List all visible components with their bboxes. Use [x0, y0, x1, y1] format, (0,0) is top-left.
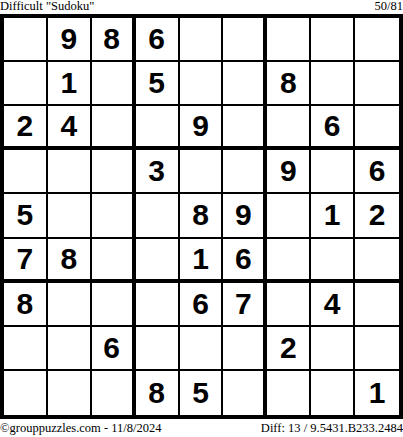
sudoku-board: 9861582496396589127816867462851	[0, 14, 403, 419]
cell-r5c5[interactable]: 8	[180, 194, 224, 238]
cell-r2c5[interactable]	[180, 62, 224, 106]
cell-r6c6[interactable]: 6	[223, 239, 267, 283]
cell-r6c3[interactable]	[92, 239, 136, 283]
cell-r5c8[interactable]: 1	[311, 194, 355, 238]
cell-r7c8[interactable]: 4	[311, 283, 355, 327]
cell-r8c7[interactable]: 2	[267, 327, 311, 371]
cell-r8c5[interactable]	[180, 327, 224, 371]
cell-r3c6[interactable]	[223, 106, 267, 150]
cell-r9c4[interactable]: 8	[136, 371, 180, 415]
cell-r2c9[interactable]	[355, 62, 399, 106]
cell-r7c5[interactable]: 6	[180, 283, 224, 327]
cell-r4c3[interactable]	[92, 150, 136, 194]
cell-r2c3[interactable]	[92, 62, 136, 106]
cell-r5c1[interactable]: 5	[4, 194, 48, 238]
cell-r3c1[interactable]: 2	[4, 106, 48, 150]
cell-r2c1[interactable]	[4, 62, 48, 106]
cell-r4c7[interactable]: 9	[267, 150, 311, 194]
cell-r6c4[interactable]	[136, 239, 180, 283]
cell-r4c9[interactable]: 6	[355, 150, 399, 194]
cell-r5c4[interactable]	[136, 194, 180, 238]
cell-r9c9[interactable]: 1	[355, 371, 399, 415]
cell-r8c1[interactable]	[4, 327, 48, 371]
cell-r7c7[interactable]	[267, 283, 311, 327]
cell-r2c7[interactable]: 8	[267, 62, 311, 106]
cell-r7c6[interactable]: 7	[223, 283, 267, 327]
cell-r1c3[interactable]: 8	[92, 18, 136, 62]
cell-r1c6[interactable]	[223, 18, 267, 62]
cell-r1c1[interactable]	[4, 18, 48, 62]
page-footer: ©grouppuzzles.com - 11/8/2024 Diff: 13 /…	[0, 419, 403, 437]
cell-r9c8[interactable]	[311, 371, 355, 415]
cell-r9c7[interactable]	[267, 371, 311, 415]
puzzle-title: Difficult "Sudoku"	[0, 0, 94, 13]
cell-r9c5[interactable]: 5	[180, 371, 224, 415]
page-header: Difficult "Sudoku" 50/81	[0, 0, 403, 14]
cell-r8c3[interactable]: 6	[92, 327, 136, 371]
cell-r9c3[interactable]	[92, 371, 136, 415]
cell-r6c2[interactable]: 8	[48, 239, 92, 283]
cell-r7c2[interactable]	[48, 283, 92, 327]
cell-r9c2[interactable]	[48, 371, 92, 415]
cell-r1c9[interactable]	[355, 18, 399, 62]
cell-r1c5[interactable]	[180, 18, 224, 62]
empty-cell-counter: 50/81	[375, 0, 403, 13]
cell-r7c9[interactable]	[355, 283, 399, 327]
cell-r3c5[interactable]: 9	[180, 106, 224, 150]
cell-r4c8[interactable]	[311, 150, 355, 194]
cell-r3c4[interactable]	[136, 106, 180, 150]
cell-r1c8[interactable]	[311, 18, 355, 62]
cell-r8c9[interactable]	[355, 327, 399, 371]
cell-r3c3[interactable]	[92, 106, 136, 150]
cell-r6c9[interactable]	[355, 239, 399, 283]
cell-r7c4[interactable]	[136, 283, 180, 327]
cell-r4c6[interactable]	[223, 150, 267, 194]
cell-r1c7[interactable]	[267, 18, 311, 62]
cell-r3c8[interactable]: 6	[311, 106, 355, 150]
cell-r9c1[interactable]	[4, 371, 48, 415]
cell-r5c3[interactable]	[92, 194, 136, 238]
cell-r4c4[interactable]: 3	[136, 150, 180, 194]
cell-r8c4[interactable]	[136, 327, 180, 371]
copyright-text: ©grouppuzzles.com - 11/8/2024	[0, 421, 161, 435]
cell-r6c5[interactable]: 1	[180, 239, 224, 283]
cell-r2c6[interactable]	[223, 62, 267, 106]
cell-r5c9[interactable]: 2	[355, 194, 399, 238]
cell-r4c1[interactable]	[4, 150, 48, 194]
cell-r6c8[interactable]	[311, 239, 355, 283]
cell-r2c2[interactable]: 1	[48, 62, 92, 106]
cell-r5c7[interactable]	[267, 194, 311, 238]
cell-r4c2[interactable]	[48, 150, 92, 194]
cell-r3c7[interactable]	[267, 106, 311, 150]
cell-r8c2[interactable]	[48, 327, 92, 371]
cell-r6c1[interactable]: 7	[4, 239, 48, 283]
cell-r7c1[interactable]: 8	[4, 283, 48, 327]
cell-r7c3[interactable]	[92, 283, 136, 327]
cell-r9c6[interactable]	[223, 371, 267, 415]
cell-r1c2[interactable]: 9	[48, 18, 92, 62]
cell-r6c7[interactable]	[267, 239, 311, 283]
difficulty-text: Diff: 13 / 9.5431.B233.2484	[261, 421, 403, 435]
cell-r2c8[interactable]	[311, 62, 355, 106]
cell-r3c9[interactable]	[355, 106, 399, 150]
cell-r4c5[interactable]	[180, 150, 224, 194]
cell-r8c8[interactable]	[311, 327, 355, 371]
sudoku-page: Difficult "Sudoku" 50/81 986158249639658…	[0, 0, 403, 437]
cell-r2c4[interactable]: 5	[136, 62, 180, 106]
cell-r5c6[interactable]: 9	[223, 194, 267, 238]
cell-r3c2[interactable]: 4	[48, 106, 92, 150]
cell-r8c6[interactable]	[223, 327, 267, 371]
cell-r5c2[interactable]	[48, 194, 92, 238]
cell-r1c4[interactable]: 6	[136, 18, 180, 62]
